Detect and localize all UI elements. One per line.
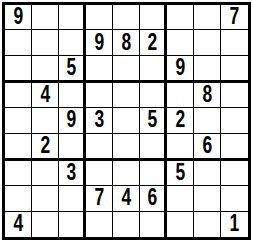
cell-r5c8[interactable]	[194, 108, 221, 133]
cell-r5c6[interactable]: 5	[140, 108, 167, 133]
cell-r5c1[interactable]	[5, 108, 32, 133]
cell-r9c4[interactable]	[86, 212, 113, 237]
cell-r8c9[interactable]	[221, 186, 248, 211]
cell-r5c7[interactable]: 2	[167, 108, 194, 133]
cell-r4c6[interactable]	[140, 83, 167, 108]
cell-r1c6[interactable]	[140, 5, 167, 30]
cell-r1c4[interactable]	[86, 5, 113, 30]
cell-r3c9[interactable]	[221, 56, 248, 83]
sudoku-page: 9798259489352263574641	[0, 0, 253, 242]
cell-r4c7[interactable]	[167, 83, 194, 108]
given-digit: 3	[66, 161, 76, 185]
cell-r8c5[interactable]: 4	[113, 186, 140, 211]
cell-r2c3[interactable]	[59, 30, 86, 55]
cell-r5c2[interactable]	[32, 108, 59, 133]
cell-r6c5[interactable]	[113, 134, 140, 161]
cell-r6c1[interactable]	[5, 134, 32, 161]
cell-r2c1[interactable]	[5, 30, 32, 55]
cell-r9c9[interactable]: 1	[221, 212, 248, 237]
cell-r8c6[interactable]: 6	[140, 186, 167, 211]
cell-r6c4[interactable]	[86, 134, 113, 161]
cell-r3c3[interactable]: 5	[59, 56, 86, 83]
cell-r1c7[interactable]	[167, 5, 194, 30]
cell-r9c3[interactable]	[59, 212, 86, 237]
cell-r2c5[interactable]: 8	[113, 30, 140, 55]
cell-r1c9[interactable]: 7	[221, 5, 248, 30]
cell-r5c5[interactable]	[113, 108, 140, 133]
cell-r7c2[interactable]	[32, 161, 59, 186]
cell-r9c5[interactable]	[113, 212, 140, 237]
cell-r8c1[interactable]	[5, 186, 32, 211]
cell-r6c8[interactable]: 6	[194, 134, 221, 161]
cell-r6c3[interactable]	[59, 134, 86, 161]
cell-r7c3[interactable]: 3	[59, 161, 86, 186]
cell-r7c6[interactable]	[140, 161, 167, 186]
given-digit: 1	[230, 212, 240, 236]
cell-r8c4[interactable]: 7	[86, 186, 113, 211]
given-digit: 8	[121, 31, 131, 55]
given-digit: 4	[40, 83, 50, 107]
cell-r3c5[interactable]	[113, 56, 140, 83]
cell-r4c4[interactable]	[86, 83, 113, 108]
given-digit: 7	[94, 186, 104, 210]
cell-r4c5[interactable]	[113, 83, 140, 108]
given-digit: 5	[147, 108, 157, 132]
given-digit: 6	[202, 134, 212, 158]
cell-r9c2[interactable]	[32, 212, 59, 237]
cell-r1c5[interactable]	[113, 5, 140, 30]
cell-r9c8[interactable]	[194, 212, 221, 237]
cell-r2c9[interactable]	[221, 30, 248, 55]
given-digit: 2	[147, 31, 157, 55]
cell-r3c1[interactable]	[5, 56, 32, 83]
cell-r1c1[interactable]: 9	[5, 5, 32, 30]
cell-r4c9[interactable]	[221, 83, 248, 108]
cell-r5c3[interactable]: 9	[59, 108, 86, 133]
cell-r9c1[interactable]: 4	[5, 212, 32, 237]
cell-r7c9[interactable]	[221, 161, 248, 186]
cell-r3c7[interactable]: 9	[167, 56, 194, 83]
cell-r6c6[interactable]	[140, 134, 167, 161]
cell-r3c8[interactable]	[194, 56, 221, 83]
cell-r2c8[interactable]	[194, 30, 221, 55]
cell-r4c2[interactable]: 4	[32, 83, 59, 108]
cell-r1c3[interactable]	[59, 5, 86, 30]
cell-r3c2[interactable]	[32, 56, 59, 83]
given-digit: 5	[175, 161, 185, 185]
cell-r3c6[interactable]	[140, 56, 167, 83]
cell-r6c9[interactable]	[221, 134, 248, 161]
cell-r5c9[interactable]	[221, 108, 248, 133]
cell-r8c7[interactable]	[167, 186, 194, 211]
cell-r7c4[interactable]	[86, 161, 113, 186]
cell-r1c2[interactable]	[32, 5, 59, 30]
cell-r4c1[interactable]	[5, 83, 32, 108]
cell-r5c4[interactable]: 3	[86, 108, 113, 133]
cell-r4c3[interactable]	[59, 83, 86, 108]
cell-r7c1[interactable]	[5, 161, 32, 186]
given-digit: 7	[230, 5, 240, 29]
given-digit: 4	[121, 186, 131, 210]
cell-r9c7[interactable]	[167, 212, 194, 237]
cell-r3c4[interactable]	[86, 56, 113, 83]
cell-r1c8[interactable]	[194, 5, 221, 30]
cell-r9c6[interactable]	[140, 212, 167, 237]
cell-r2c7[interactable]	[167, 30, 194, 55]
cell-r2c6[interactable]: 2	[140, 30, 167, 55]
cell-r7c8[interactable]	[194, 161, 221, 186]
given-digit: 4	[13, 212, 23, 236]
given-digit: 5	[66, 56, 76, 80]
given-digit: 9	[175, 56, 185, 80]
cell-r7c5[interactable]	[113, 161, 140, 186]
cell-r2c2[interactable]	[32, 30, 59, 55]
given-digit: 9	[13, 5, 23, 29]
cell-r7c7[interactable]: 5	[167, 161, 194, 186]
cell-r6c2[interactable]: 2	[32, 134, 59, 161]
given-digit: 9	[94, 31, 104, 55]
cell-r6c7[interactable]	[167, 134, 194, 161]
given-digit: 8	[202, 83, 212, 107]
cell-r2c4[interactable]: 9	[86, 30, 113, 55]
given-digit: 2	[40, 134, 50, 158]
given-digit: 3	[94, 108, 104, 132]
cell-r8c8[interactable]	[194, 186, 221, 211]
cell-r8c2[interactable]	[32, 186, 59, 211]
sudoku-board: 9798259489352263574641	[2, 2, 251, 240]
cell-r8c3[interactable]	[59, 186, 86, 211]
cell-r4c8[interactable]: 8	[194, 83, 221, 108]
given-digit: 9	[66, 108, 76, 132]
given-digit: 2	[175, 108, 185, 132]
given-digit: 6	[147, 186, 157, 210]
